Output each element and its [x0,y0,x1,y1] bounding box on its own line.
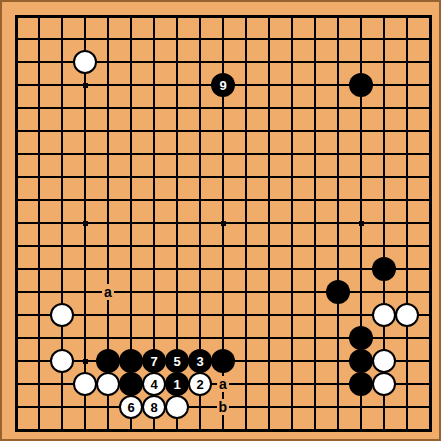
grid-line-horizontal [15,291,432,293]
grid-line-horizontal [15,245,432,247]
stone-move-number: 9 [219,79,226,92]
go-board-diagram: 975314268aab [0,0,441,441]
stone-move-number: 3 [196,355,203,368]
grid-line-vertical [245,15,247,432]
star-point [83,359,88,364]
stone-black[interactable] [349,326,373,350]
stone-black[interactable] [119,349,143,373]
go-board[interactable]: 975314268aab [0,0,441,441]
stone-white[interactable] [395,303,419,327]
grid-line-vertical [406,15,408,432]
stone-black[interactable] [349,349,373,373]
stone-white[interactable] [372,349,396,373]
stone-white-move-6[interactable]: 6 [119,395,143,419]
star-point [83,221,88,226]
star-point [221,221,226,226]
grid-line-vertical [291,15,293,432]
stone-white[interactable] [165,395,189,419]
stone-white[interactable] [50,349,74,373]
stone-white[interactable] [372,303,396,327]
point-label-a: a [102,284,114,300]
grid-line-horizontal [15,314,432,316]
grid-line-vertical [337,15,339,432]
stone-move-number: 6 [127,401,134,414]
grid-line-horizontal [15,268,432,270]
stone-white[interactable] [73,50,97,74]
stone-white[interactable] [372,372,396,396]
stone-move-number: 8 [150,401,157,414]
stone-black-move-1[interactable]: 1 [165,372,189,396]
grid-line-vertical [314,15,316,432]
star-point [83,83,88,88]
stone-black[interactable] [372,257,396,281]
stone-white[interactable] [50,303,74,327]
grid-line-horizontal [15,429,432,432]
star-point [359,221,364,226]
stone-black[interactable] [349,73,373,97]
stone-white-move-4[interactable]: 4 [142,372,166,396]
stone-white-move-2[interactable]: 2 [188,372,212,396]
stone-black-move-3[interactable]: 3 [188,349,212,373]
stone-black[interactable] [119,372,143,396]
point-label-b: b [217,399,230,415]
grid-line-vertical [429,15,432,432]
stone-black-move-7[interactable]: 7 [142,349,166,373]
stone-black-move-5[interactable]: 5 [165,349,189,373]
stone-white[interactable] [73,372,97,396]
stone-move-number: 1 [173,378,180,391]
stone-move-number: 5 [173,355,180,368]
stone-black-move-9[interactable]: 9 [211,73,235,97]
stone-white-move-8[interactable]: 8 [142,395,166,419]
stone-black[interactable] [96,349,120,373]
stone-white[interactable] [96,372,120,396]
stone-black[interactable] [349,372,373,396]
stone-black[interactable] [326,280,350,304]
stone-move-number: 7 [150,355,157,368]
stone-black[interactable] [211,349,235,373]
grid-line-vertical [268,15,270,432]
point-label-a: a [217,376,229,392]
stone-move-number: 4 [150,378,157,391]
stone-move-number: 2 [196,378,203,391]
